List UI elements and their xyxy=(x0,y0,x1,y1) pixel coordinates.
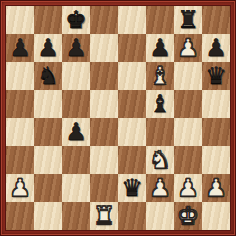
square-a6[interactable] xyxy=(6,62,34,90)
square-h2[interactable]: ♟ xyxy=(202,174,230,202)
square-c1[interactable] xyxy=(62,202,90,230)
square-g4[interactable] xyxy=(174,118,202,146)
square-h7[interactable]: ♟ xyxy=(202,34,230,62)
black-pawn[interactable]: ♟ xyxy=(9,34,31,62)
square-e5[interactable] xyxy=(118,90,146,118)
square-b8[interactable] xyxy=(34,6,62,34)
square-b2[interactable] xyxy=(34,174,62,202)
square-b5[interactable] xyxy=(34,90,62,118)
square-h8[interactable] xyxy=(202,6,230,34)
square-g5[interactable] xyxy=(174,90,202,118)
square-g7[interactable]: ♟ xyxy=(174,34,202,62)
black-pawn[interactable]: ♟ xyxy=(205,34,227,62)
black-queen[interactable]: ♛ xyxy=(121,174,143,202)
square-h4[interactable] xyxy=(202,118,230,146)
white-pawn[interactable]: ♟ xyxy=(149,174,171,202)
square-e8[interactable] xyxy=(118,6,146,34)
square-h3[interactable] xyxy=(202,146,230,174)
square-d6[interactable] xyxy=(90,62,118,90)
square-d4[interactable] xyxy=(90,118,118,146)
square-h5[interactable] xyxy=(202,90,230,118)
square-e7[interactable] xyxy=(118,34,146,62)
square-f4[interactable] xyxy=(146,118,174,146)
white-knight[interactable]: ♞ xyxy=(149,146,171,174)
black-pawn[interactable]: ♟ xyxy=(65,118,87,146)
square-a1[interactable] xyxy=(6,202,34,230)
square-f8[interactable] xyxy=(146,6,174,34)
square-e4[interactable] xyxy=(118,118,146,146)
square-g6[interactable] xyxy=(174,62,202,90)
square-d1[interactable]: ♜ xyxy=(90,202,118,230)
square-b1[interactable] xyxy=(34,202,62,230)
square-g3[interactable] xyxy=(174,146,202,174)
square-e2[interactable]: ♛ xyxy=(118,174,146,202)
square-a2[interactable]: ♟ xyxy=(6,174,34,202)
square-d7[interactable] xyxy=(90,34,118,62)
square-c8[interactable]: ♚ xyxy=(62,6,90,34)
black-rook[interactable]: ♜ xyxy=(177,6,199,34)
black-knight[interactable]: ♞ xyxy=(37,62,59,90)
square-e1[interactable] xyxy=(118,202,146,230)
square-c7[interactable]: ♟ xyxy=(62,34,90,62)
black-pawn[interactable]: ♟ xyxy=(149,34,171,62)
white-pawn[interactable]: ♟ xyxy=(177,34,199,62)
white-bishop[interactable]: ♝ xyxy=(149,62,171,90)
square-c5[interactable] xyxy=(62,90,90,118)
square-b3[interactable] xyxy=(34,146,62,174)
square-f6[interactable]: ♝ xyxy=(146,62,174,90)
square-a5[interactable] xyxy=(6,90,34,118)
square-c4[interactable]: ♟ xyxy=(62,118,90,146)
square-c3[interactable] xyxy=(62,146,90,174)
square-a3[interactable] xyxy=(6,146,34,174)
square-d3[interactable] xyxy=(90,146,118,174)
square-d2[interactable] xyxy=(90,174,118,202)
square-a4[interactable] xyxy=(6,118,34,146)
square-e6[interactable] xyxy=(118,62,146,90)
square-b6[interactable]: ♞ xyxy=(34,62,62,90)
square-e3[interactable] xyxy=(118,146,146,174)
chess-board: ♚♜♟♟♟♟♟♟♞♝♛♝♟♞♟♛♟♟♟♜♚ xyxy=(6,6,230,230)
square-f3[interactable]: ♞ xyxy=(146,146,174,174)
white-pawn[interactable]: ♟ xyxy=(177,174,199,202)
square-h6[interactable]: ♛ xyxy=(202,62,230,90)
white-pawn[interactable]: ♟ xyxy=(9,174,31,202)
square-b4[interactable] xyxy=(34,118,62,146)
square-d8[interactable] xyxy=(90,6,118,34)
square-f7[interactable]: ♟ xyxy=(146,34,174,62)
square-f1[interactable] xyxy=(146,202,174,230)
square-g1[interactable]: ♚ xyxy=(174,202,202,230)
square-g2[interactable]: ♟ xyxy=(174,174,202,202)
black-king[interactable]: ♚ xyxy=(65,6,87,34)
chess-board-frame: ♚♜♟♟♟♟♟♟♞♝♛♝♟♞♟♛♟♟♟♜♚ xyxy=(0,0,236,236)
square-c6[interactable] xyxy=(62,62,90,90)
white-king[interactable]: ♚ xyxy=(177,202,199,230)
square-f2[interactable]: ♟ xyxy=(146,174,174,202)
white-pawn[interactable]: ♟ xyxy=(205,174,227,202)
square-c2[interactable] xyxy=(62,174,90,202)
square-f5[interactable]: ♝ xyxy=(146,90,174,118)
square-g8[interactable]: ♜ xyxy=(174,6,202,34)
black-queen[interactable]: ♛ xyxy=(205,62,227,90)
white-rook[interactable]: ♜ xyxy=(93,202,115,230)
square-a8[interactable] xyxy=(6,6,34,34)
black-pawn[interactable]: ♟ xyxy=(65,34,87,62)
square-h1[interactable] xyxy=(202,202,230,230)
black-pawn[interactable]: ♟ xyxy=(37,34,59,62)
square-a7[interactable]: ♟ xyxy=(6,34,34,62)
square-b7[interactable]: ♟ xyxy=(34,34,62,62)
black-bishop[interactable]: ♝ xyxy=(149,90,171,118)
square-d5[interactable] xyxy=(90,90,118,118)
